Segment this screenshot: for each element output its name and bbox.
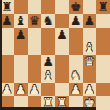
square-g2[interactable]: ♟ [83, 83, 97, 97]
square-a1[interactable] [0, 96, 14, 110]
piece-black-bishop[interactable]: ♝ [15, 14, 26, 27]
square-a4[interactable] [0, 55, 14, 69]
square-e3[interactable] [55, 69, 69, 83]
square-d8[interactable] [41, 0, 55, 14]
chess-board: ♜♚♜♟♝♛♞♟♟♟♟♝♟♛♝♞♟♟♟♟♟♜♜♚ [0, 0, 110, 110]
square-b2[interactable]: ♟ [14, 83, 28, 97]
square-c8[interactable] [28, 0, 42, 14]
piece-white-bishop[interactable]: ♝ [84, 41, 95, 54]
square-h4[interactable] [96, 55, 110, 69]
square-h8[interactable]: ♜ [96, 0, 110, 14]
piece-white-pawn[interactable]: ♟ [84, 83, 95, 96]
square-c6[interactable] [28, 28, 42, 42]
square-e1[interactable]: ♜ [55, 96, 69, 110]
square-c5[interactable] [28, 41, 42, 55]
square-h2[interactable] [96, 83, 110, 97]
piece-black-pawn[interactable]: ♟ [43, 55, 54, 68]
square-a3[interactable] [0, 69, 14, 83]
square-a5[interactable] [0, 41, 14, 55]
square-a2[interactable]: ♟ [0, 83, 14, 97]
square-d6[interactable] [41, 28, 55, 42]
square-e2[interactable] [55, 83, 69, 97]
square-g6[interactable] [83, 28, 97, 42]
piece-black-pawn[interactable]: ♟ [70, 14, 81, 27]
square-d3[interactable]: ♝ [41, 69, 55, 83]
square-g3[interactable] [83, 69, 97, 83]
square-f2[interactable]: ♟ [69, 83, 83, 97]
chess-board-wrapper: ♜♚♜♟♝♛♞♟♟♟♟♝♟♛♝♞♟♟♟♟♟♜♜♚ [0, 0, 110, 110]
piece-white-pawn[interactable]: ♟ [1, 83, 12, 96]
square-h1[interactable] [96, 96, 110, 110]
square-b6[interactable]: ♟ [14, 28, 28, 42]
piece-black-king[interactable]: ♚ [70, 0, 81, 13]
square-c3[interactable] [28, 69, 42, 83]
square-h3[interactable] [96, 69, 110, 83]
square-h7[interactable] [96, 14, 110, 28]
square-b7[interactable]: ♝ [14, 14, 28, 28]
square-g8[interactable] [83, 0, 97, 14]
piece-white-king[interactable]: ♚ [84, 96, 95, 109]
square-f5[interactable] [69, 41, 83, 55]
piece-black-pawn[interactable]: ♟ [1, 14, 12, 27]
piece-black-knight[interactable]: ♞ [43, 14, 54, 27]
square-d4[interactable]: ♟ [41, 55, 55, 69]
piece-black-rook[interactable]: ♜ [98, 0, 109, 13]
square-h6[interactable] [96, 28, 110, 42]
square-e5[interactable] [55, 41, 69, 55]
square-g7[interactable]: ♟ [83, 14, 97, 28]
square-c7[interactable]: ♛ [28, 14, 42, 28]
piece-white-queen[interactable]: ♛ [84, 55, 95, 68]
square-b8[interactable] [14, 0, 28, 14]
piece-black-rook[interactable]: ♜ [1, 0, 12, 13]
piece-white-rook[interactable]: ♜ [43, 96, 54, 109]
piece-black-pawn[interactable]: ♟ [15, 28, 26, 41]
square-c4[interactable] [28, 55, 42, 69]
piece-white-pawn[interactable]: ♟ [29, 83, 40, 96]
square-b1[interactable] [14, 96, 28, 110]
piece-black-queen[interactable]: ♛ [29, 14, 40, 27]
square-f1[interactable] [69, 96, 83, 110]
square-a7[interactable]: ♟ [0, 14, 14, 28]
square-g4[interactable]: ♛ [83, 55, 97, 69]
square-a8[interactable]: ♜ [0, 0, 14, 14]
square-b3[interactable] [14, 69, 28, 83]
square-e8[interactable] [55, 0, 69, 14]
square-h5[interactable] [96, 41, 110, 55]
piece-white-pawn[interactable]: ♟ [15, 83, 26, 96]
piece-white-rook[interactable]: ♜ [56, 96, 67, 109]
square-g5[interactable]: ♝ [83, 41, 97, 55]
square-e7[interactable] [55, 14, 69, 28]
square-c2[interactable]: ♟ [28, 83, 42, 97]
square-d1[interactable]: ♜ [41, 96, 55, 110]
square-d2[interactable] [41, 83, 55, 97]
square-f4[interactable] [69, 55, 83, 69]
square-b4[interactable] [14, 55, 28, 69]
square-d5[interactable] [41, 41, 55, 55]
square-f8[interactable]: ♚ [69, 0, 83, 14]
square-f7[interactable]: ♟ [69, 14, 83, 28]
piece-white-bishop[interactable]: ♝ [43, 69, 54, 82]
square-f3[interactable]: ♞ [69, 69, 83, 83]
square-c1[interactable] [28, 96, 42, 110]
square-a6[interactable] [0, 28, 14, 42]
piece-white-pawn[interactable]: ♟ [70, 83, 81, 96]
piece-black-pawn[interactable]: ♟ [56, 28, 67, 41]
piece-white-knight[interactable]: ♞ [70, 69, 81, 82]
square-b5[interactable] [14, 41, 28, 55]
square-f6[interactable] [69, 28, 83, 42]
piece-black-pawn[interactable]: ♟ [84, 14, 95, 27]
square-d7[interactable]: ♞ [41, 14, 55, 28]
square-e6[interactable]: ♟ [55, 28, 69, 42]
square-g1[interactable]: ♚ [83, 96, 97, 110]
square-e4[interactable] [55, 55, 69, 69]
